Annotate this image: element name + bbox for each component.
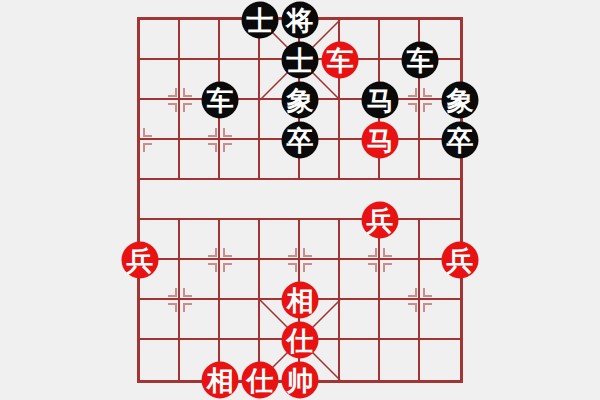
xiangqi-board-screen: 士将士车车车象马象卒马卒兵兵兵相仕相仕帅 <box>0 0 600 400</box>
piece-black-advisor-2[interactable]: 士 <box>282 42 319 79</box>
piece-red-pawn-3[interactable]: 兵 <box>442 242 479 279</box>
piece-black-pawn-2[interactable]: 卒 <box>442 122 479 159</box>
pieces-layer: 士将士车车车象马象卒马卒兵兵兵相仕相仕帅 <box>140 20 460 380</box>
piece-red-elephant-1[interactable]: 相 <box>282 282 319 319</box>
piece-black-advisor-1[interactable]: 士 <box>242 2 279 39</box>
piece-black-elephant-1[interactable]: 象 <box>282 82 319 119</box>
piece-red-advisor-1[interactable]: 仕 <box>282 322 319 359</box>
piece-red-advisor-2[interactable]: 仕 <box>242 362 279 399</box>
piece-red-elephant-2[interactable]: 相 <box>202 362 239 399</box>
piece-red-general[interactable]: 帅 <box>282 362 319 399</box>
piece-red-chariot[interactable]: 车 <box>322 42 359 79</box>
piece-red-pawn-2[interactable]: 兵 <box>122 242 159 279</box>
piece-black-general[interactable]: 将 <box>282 2 319 39</box>
piece-red-pawn-1[interactable]: 兵 <box>362 202 399 239</box>
piece-black-horse[interactable]: 马 <box>362 82 399 119</box>
piece-black-chariot-1[interactable]: 车 <box>402 42 439 79</box>
piece-black-pawn-1[interactable]: 卒 <box>282 122 319 159</box>
piece-red-horse[interactable]: 马 <box>362 122 399 159</box>
piece-black-chariot-2[interactable]: 车 <box>202 82 239 119</box>
piece-black-elephant-2[interactable]: 象 <box>442 82 479 119</box>
